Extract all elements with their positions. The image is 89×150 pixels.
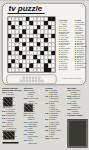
answer-circle[interactable] (23, 77, 25, 79)
bold-rule (3, 142, 19, 144)
listing-photo-1 (3, 97, 13, 107)
listing-line: 10:004 Police Story (45, 138, 65, 140)
down-clues-column: DOWN 1 Anchor man2 Mr. Linkletter3 Night… (75, 20, 89, 71)
answer-circle[interactable] (41, 80, 43, 82)
listings-column-2: afternoon 12:002 News 4 Jeopardy 5 Midda… (24, 87, 44, 144)
column-4-list: 10:002 Lou Grant 5 News 7 Fantasy Isl. 1… (67, 89, 88, 114)
clue-line: 49 Tube (75, 68, 89, 70)
copyright-line: © United Feature Syndicate (62, 78, 82, 80)
listing-line: 4 NBC News (24, 142, 44, 144)
crossword-grid[interactable] (8, 17, 56, 73)
listings-column-4: late night 10:002 Lou Grant 5 News 7 Fan… (67, 87, 88, 115)
answer-circle[interactable] (35, 80, 37, 82)
answer-circle[interactable] (23, 80, 25, 82)
grid-cell-r13c13[interactable] (51, 68, 55, 72)
across-clues-column: ACROSS 1 Actor Alda4 — Vegas8 Ms. Moore1… (59, 20, 73, 71)
answer-circle[interactable] (20, 80, 22, 82)
newspaper-page: tv puzzle © United Feature Syndicate ACR… (0, 0, 89, 150)
answer-circle[interactable] (26, 80, 28, 82)
column-2-list: 12:002 News 4 Jeopardy 5 Midday 7 All My… (24, 89, 44, 144)
page-content: tv puzzle © United Feature Syndicate ACR… (0, 0, 89, 150)
page-title: tv puzzle (8, 4, 45, 14)
answer-circle[interactable] (35, 77, 37, 79)
answer-circle[interactable] (38, 80, 40, 82)
listing-photo-2 (3, 131, 15, 140)
listing-photo-3 (24, 104, 33, 112)
answer-circle[interactable] (38, 77, 40, 79)
answer-circle[interactable] (26, 77, 28, 79)
column-3-list: 6:002 4 7 News 5 Bewitched 9 Star Trek 6… (45, 89, 65, 139)
answer-circle[interactable] (29, 77, 31, 79)
clue-line: 50 MTM role (59, 68, 73, 70)
previous-puzzle-solution-image (69, 121, 86, 147)
answer-circles-tray[interactable] (7, 75, 57, 85)
page-top-edge (0, 0, 89, 1)
listings-column-3: evening 6:002 4 7 News 5 Bewitched 9 Sta… (45, 87, 65, 140)
answer-circle[interactable] (29, 80, 31, 82)
tv-puzzle-card: tv puzzle © United Feature Syndicate ACR… (2, 3, 86, 85)
across-clues-list: 1 Actor Alda4 — Vegas8 Ms. Moore11 TV ro… (59, 22, 73, 70)
down-clues-list: 1 Anchor man2 Mr. Linkletter3 Nightly —4… (75, 22, 89, 70)
previous-puzzle-solution-box (68, 119, 88, 148)
answer-circles-row-2 (7, 80, 56, 82)
answer-circles-row-1 (7, 77, 56, 79)
answer-circle[interactable] (32, 77, 34, 79)
solution-caption: yesterday's answer (67, 114, 88, 116)
answer-circle[interactable] (32, 80, 34, 82)
